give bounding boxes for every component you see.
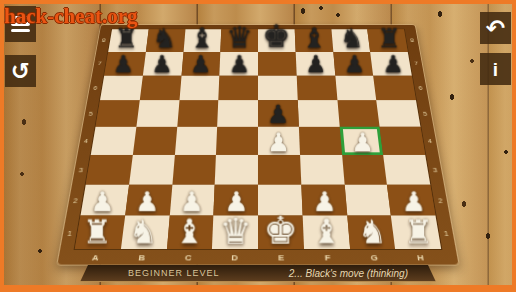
white-knight[interactable]: ♞ <box>358 216 387 249</box>
square-c8[interactable]: ♝ <box>183 29 221 51</box>
square-b3[interactable] <box>129 155 175 185</box>
rotate-icon: ↺ <box>11 60 30 83</box>
white-bishop[interactable]: ♝ <box>312 215 342 249</box>
square-f3[interactable] <box>300 155 344 185</box>
square-c6[interactable] <box>179 75 220 100</box>
square-f1[interactable]: ♝ <box>302 216 349 249</box>
square-h8[interactable]: ♜ <box>367 29 407 51</box>
watermark: hack-cheat.org <box>4 4 138 29</box>
info-button[interactable]: i <box>480 53 511 85</box>
white-pawn[interactable]: ♟ <box>351 129 374 155</box>
file-label: G <box>350 251 398 264</box>
black-king[interactable]: ♚ <box>263 21 291 52</box>
square-a7[interactable]: ♟ <box>104 52 145 76</box>
square-g2[interactable] <box>344 184 391 215</box>
square-h1[interactable]: ♜ <box>391 216 441 249</box>
undo-move-button[interactable]: ↶ <box>480 12 511 44</box>
square-b6[interactable] <box>140 75 182 100</box>
black-pawn[interactable]: ♟ <box>382 52 403 76</box>
square-g7[interactable]: ♟ <box>333 52 373 76</box>
square-d6[interactable] <box>219 75 258 100</box>
square-d4[interactable] <box>216 127 258 155</box>
square-a3[interactable] <box>86 155 133 185</box>
white-knight[interactable]: ♞ <box>129 216 158 249</box>
square-h3[interactable] <box>383 155 430 185</box>
square-f5[interactable] <box>297 100 339 126</box>
black-pawn[interactable]: ♟ <box>113 52 134 76</box>
square-h4[interactable] <box>380 127 425 155</box>
square-a2[interactable]: ♟ <box>81 184 129 215</box>
white-queen[interactable]: ♛ <box>219 213 251 249</box>
square-e8[interactable]: ♚ <box>258 29 295 51</box>
square-a4[interactable] <box>91 127 136 155</box>
black-knight[interactable]: ♞ <box>152 25 176 52</box>
white-pawn[interactable]: ♟ <box>401 188 425 215</box>
square-d7[interactable]: ♟ <box>220 52 258 76</box>
white-pawn[interactable]: ♟ <box>267 129 290 155</box>
square-f4[interactable] <box>299 127 342 155</box>
square-a1[interactable]: ♜ <box>75 216 125 249</box>
square-d3[interactable] <box>215 155 258 185</box>
white-pawn[interactable]: ♟ <box>90 188 114 215</box>
square-f7[interactable]: ♟ <box>295 52 334 76</box>
square-a8[interactable]: ♜ <box>108 29 148 51</box>
black-rook[interactable]: ♜ <box>377 25 401 52</box>
file-label: H <box>396 251 444 264</box>
square-c5[interactable] <box>177 100 219 126</box>
square-h7[interactable]: ♟ <box>370 52 411 76</box>
square-b1[interactable]: ♞ <box>121 216 170 249</box>
level-label: BEGINNER LEVEL <box>128 268 220 278</box>
black-pawn[interactable]: ♟ <box>228 52 249 76</box>
square-d1[interactable]: ♛ <box>212 216 258 249</box>
file-label: A <box>71 251 119 264</box>
black-rook[interactable]: ♜ <box>115 25 139 52</box>
square-g4[interactable]: ♟ <box>339 127 383 155</box>
square-b4[interactable] <box>133 127 177 155</box>
black-pawn[interactable]: ♟ <box>190 52 211 76</box>
black-pawn[interactable]: ♟ <box>344 52 365 76</box>
square-e6[interactable] <box>258 75 297 100</box>
square-c4[interactable] <box>174 127 217 155</box>
square-d8[interactable]: ♛ <box>221 29 258 51</box>
square-h5[interactable] <box>376 100 420 126</box>
square-c7[interactable]: ♟ <box>181 52 220 76</box>
board-frame: 87654321 87654321 ♜♞♝♛♚♝♞♜♟♟♟♟♟♟♟♟♟♟♟♟♟♟… <box>57 25 458 265</box>
file-label: B <box>118 251 166 264</box>
black-pawn[interactable]: ♟ <box>305 52 326 76</box>
square-g6[interactable] <box>335 75 377 100</box>
square-e5[interactable]: ♟ <box>258 100 299 126</box>
square-h2[interactable]: ♟ <box>387 184 435 215</box>
file-label: F <box>304 251 351 264</box>
square-e4[interactable]: ♟ <box>258 127 300 155</box>
square-c3[interactable] <box>172 155 216 185</box>
move-status-label: 2... Black's move (thinking) <box>289 268 408 279</box>
square-e7[interactable] <box>258 52 296 76</box>
white-rook[interactable]: ♜ <box>404 216 433 249</box>
white-pawn[interactable]: ♟ <box>135 188 159 215</box>
square-g3[interactable] <box>342 155 388 185</box>
undo-icon: ↶ <box>486 17 505 40</box>
square-b8[interactable]: ♞ <box>146 29 185 51</box>
black-pawn[interactable]: ♟ <box>267 102 289 127</box>
square-f6[interactable] <box>296 75 337 100</box>
square-d5[interactable] <box>217 100 258 126</box>
black-knight[interactable]: ♞ <box>340 25 364 52</box>
file-label: D <box>211 251 258 264</box>
black-bishop[interactable]: ♝ <box>302 24 327 52</box>
chessboard-scene: 87654321 87654321 ♜♞♝♛♚♝♞♜♟♟♟♟♟♟♟♟♟♟♟♟♟♟… <box>82 0 434 276</box>
square-f2[interactable]: ♟ <box>301 184 347 215</box>
square-b2[interactable]: ♟ <box>125 184 172 215</box>
square-f8[interactable]: ♝ <box>294 29 332 51</box>
file-label: E <box>258 251 305 264</box>
rotate-board-button[interactable]: ↺ <box>5 55 36 87</box>
file-label: C <box>165 251 212 264</box>
black-bishop[interactable]: ♝ <box>189 24 214 52</box>
white-king[interactable]: ♚ <box>264 211 298 249</box>
square-e1[interactable]: ♚ <box>258 216 304 249</box>
black-queen[interactable]: ♛ <box>226 22 252 51</box>
square-g8[interactable]: ♞ <box>331 29 370 51</box>
file-labels: ABCDEFGH <box>71 251 445 264</box>
square-c2[interactable]: ♟ <box>169 184 215 215</box>
square-g5[interactable] <box>337 100 380 126</box>
black-pawn[interactable]: ♟ <box>151 52 172 76</box>
white-rook[interactable]: ♜ <box>83 216 112 249</box>
square-g1[interactable]: ♞ <box>347 216 396 249</box>
chessboard: ♜♞♝♛♚♝♞♜♟♟♟♟♟♟♟♟♟♟♟♟♟♟♟♟♜♞♝♛♚♝♞♜ <box>74 29 443 250</box>
status-bar: BEGINNER LEVEL 2... Black's move (thinki… <box>80 265 436 282</box>
square-h6[interactable] <box>373 75 416 100</box>
square-e3[interactable] <box>258 155 301 185</box>
square-c1[interactable]: ♝ <box>166 216 213 249</box>
square-a6[interactable] <box>100 75 143 100</box>
square-b5[interactable] <box>136 100 179 126</box>
square-a5[interactable] <box>96 100 140 126</box>
square-b7[interactable]: ♟ <box>143 52 183 76</box>
info-icon: i <box>493 60 498 79</box>
white-bishop[interactable]: ♝ <box>174 215 204 249</box>
